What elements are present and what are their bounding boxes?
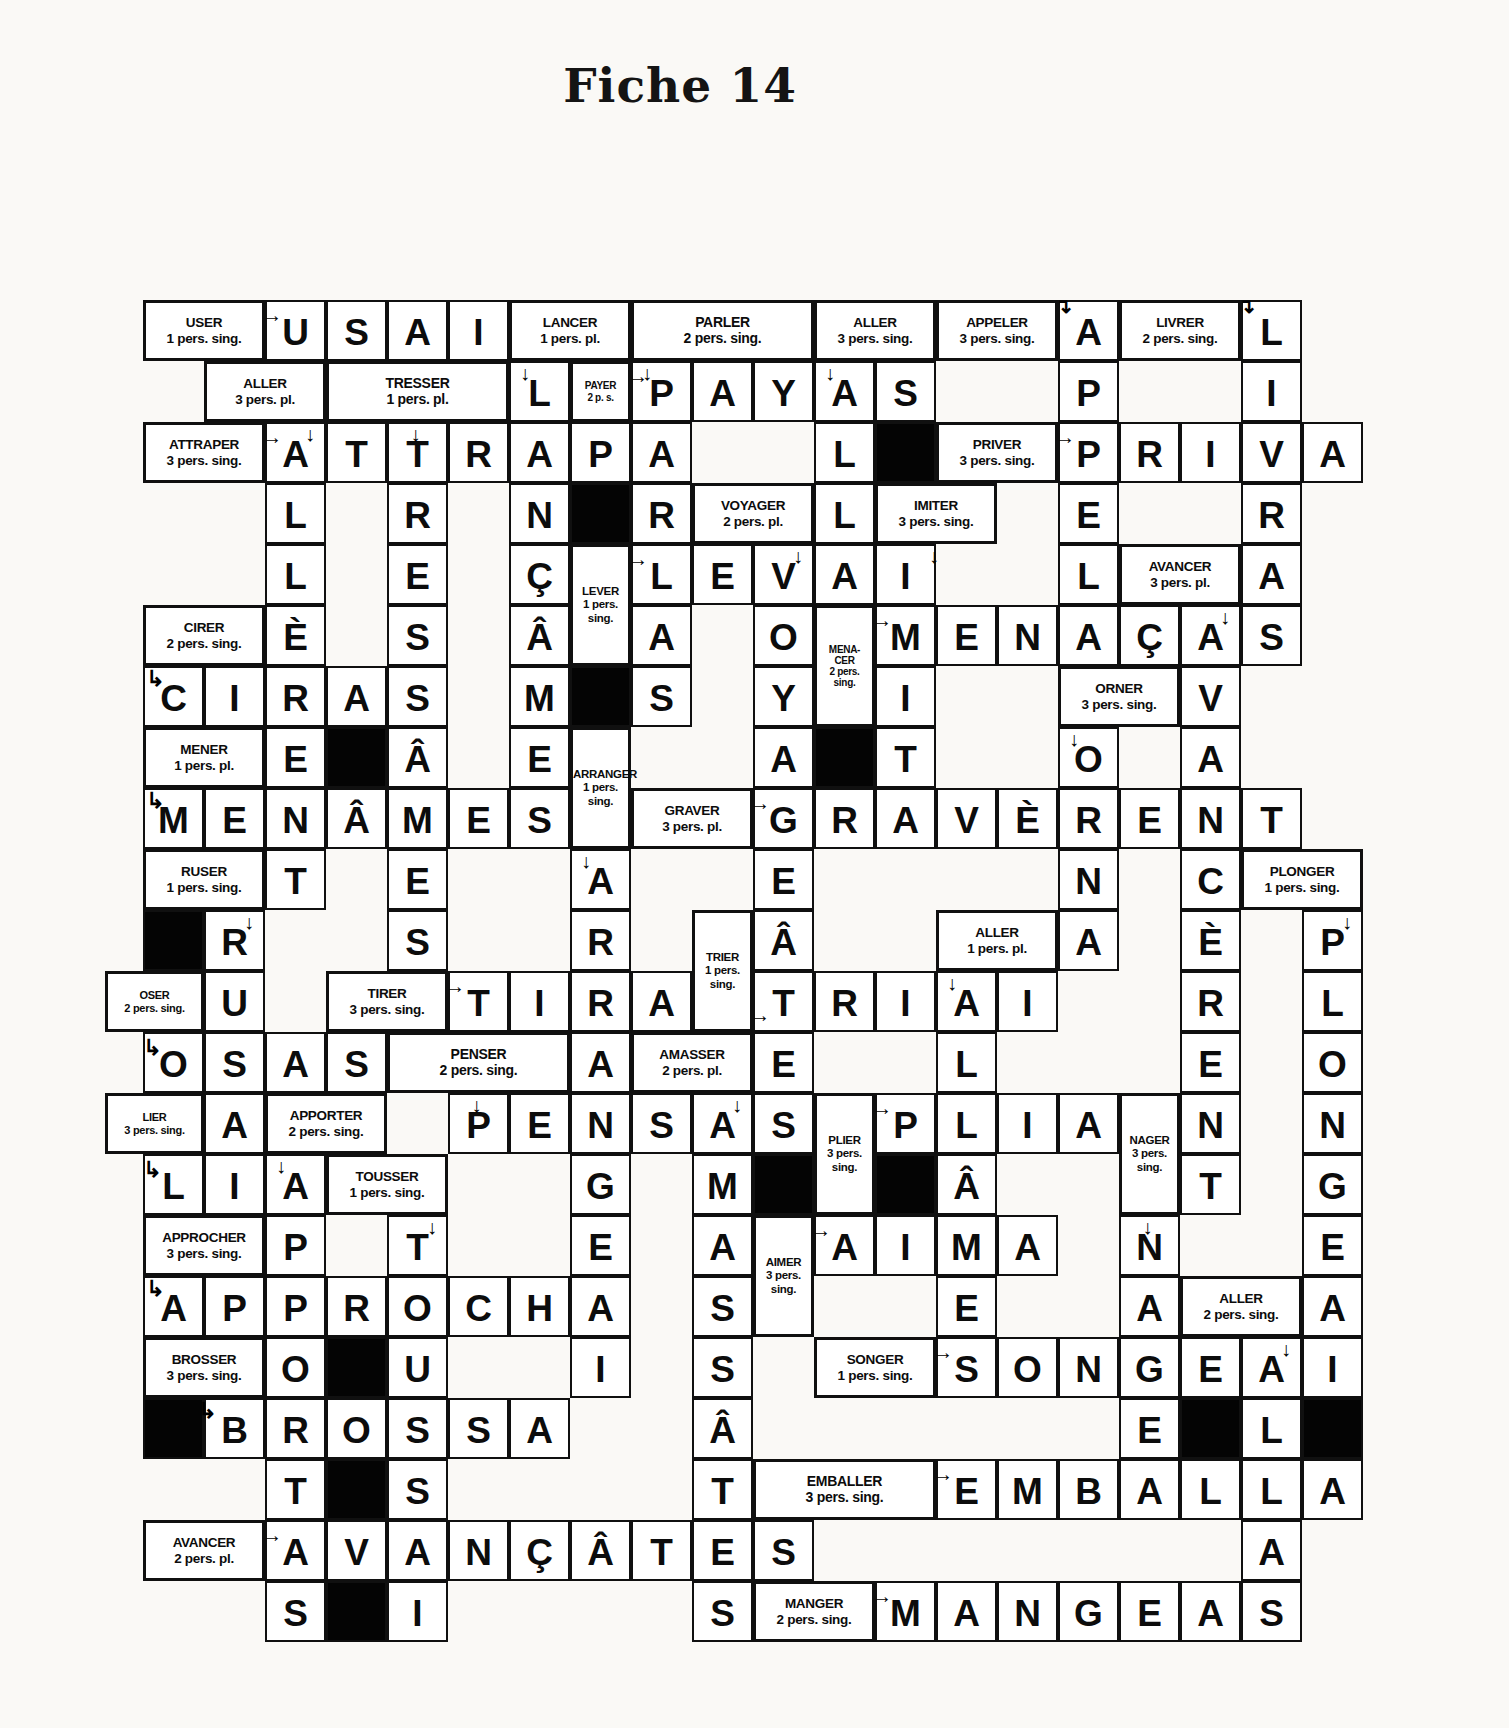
clue-text-line: 3 pers. [756, 1269, 811, 1282]
letter-cell-Y: Y [753, 361, 814, 422]
clue-livrer: LIVRER2 pers. sing.↴ [1119, 300, 1241, 361]
clue-text-line: OSER [108, 989, 201, 1002]
letter-cell-E: E [387, 544, 448, 605]
clue-mena: MENA-CER2 pers.sing.→ [814, 605, 875, 727]
letter-cell-A: A [570, 849, 631, 910]
black-cell [814, 727, 875, 788]
letter-cell-I: I [1241, 361, 1302, 422]
letter-cell-V: V [753, 544, 814, 605]
clue-text-line: 2 pers. pl. [634, 1063, 750, 1078]
clue-text-line: BROSSER [146, 1352, 262, 1367]
letter-cell-R: R [448, 422, 509, 483]
letter-cell-L: L [631, 544, 692, 605]
letter-cell-V: V [936, 788, 997, 849]
letter-cell-A: A [570, 1032, 631, 1093]
letter-cell-A: A [387, 1520, 448, 1581]
letter-cell-E: E [692, 1520, 753, 1581]
clue-tresser: TRESSER1 pers. pl.↓ [326, 361, 509, 422]
clue-arranger: ARRANGER1 pers.sing.↓ [570, 727, 631, 849]
letter-cell-L: L [814, 422, 875, 483]
clue-text-line: 3 pers. pl. [1122, 575, 1238, 590]
letter-cell-E: E [1119, 1398, 1180, 1459]
letter-cell-O: O [143, 1032, 204, 1093]
black-cell [326, 727, 387, 788]
clue-voyager: VOYAGER2 pers. pl.↓ [692, 483, 814, 544]
letter-cell-O: O [326, 1398, 387, 1459]
letter-cell-E: E [692, 544, 753, 605]
letter-cell-U: U [204, 971, 265, 1032]
clue-user: USER1 pers. sing.→ [143, 300, 265, 361]
clue-text-line: 3 pers. sing. [939, 331, 1055, 346]
puzzle-grid: USAIALLPAYASPIATTRAPALPRIVALRNRLERLEÇLEV… [143, 300, 1363, 1642]
letter-cell-A: A [875, 788, 936, 849]
letter-cell-R: R [387, 483, 448, 544]
letter-cell-T: T [1241, 788, 1302, 849]
clue-text-line: sing. [817, 677, 872, 688]
letter-cell-A: A [1241, 1337, 1302, 1398]
clue-aller: ALLER1 pers. pl.↓ [936, 910, 1058, 971]
letter-cell-G: G [1302, 1154, 1363, 1215]
clue-text-line: 3 pers. sing. [108, 1124, 201, 1137]
clue-text-line: 3 pers. [1122, 1147, 1177, 1160]
clue-text-line: 3 pers. pl. [634, 819, 750, 834]
letter-cell-O: O [1058, 727, 1119, 788]
clue-text-line: CIRER [146, 620, 262, 635]
letter-cell-L: L [509, 361, 570, 422]
letter-cell-L: L [814, 483, 875, 544]
black-cell [570, 483, 631, 544]
letter-cell-U: U [387, 1337, 448, 1398]
clue-text-line: 1 pers. pl. [329, 392, 506, 408]
letter-cell-L: L [143, 1154, 204, 1215]
clue-text-line: PENSER [390, 1047, 567, 1063]
letter-cell-I: I [875, 666, 936, 727]
letter-cell-È: È [1180, 910, 1241, 971]
letter-cell-P: P [265, 1215, 326, 1276]
letter-cell-E: E [936, 605, 997, 666]
clue-text-line: 1 pers. sing. [146, 331, 262, 346]
black-cell [326, 1459, 387, 1520]
letter-cell-Â: Â [753, 910, 814, 971]
clue-nager: NAGER3 pers.sing.↓ [1119, 1093, 1180, 1215]
clue-text-line: ALLER [1183, 1291, 1299, 1306]
letter-cell-I: I [448, 300, 509, 361]
letter-cell-L: L [1058, 544, 1119, 605]
letter-cell-M: M [143, 788, 204, 849]
letter-cell-L: L [1241, 1398, 1302, 1459]
clue-parler: PARLER2 pers. sing.↓ [631, 300, 814, 361]
letter-cell-R: R [265, 666, 326, 727]
clue-payer: PAYER2 p. s.→ [570, 361, 631, 422]
clue-text-line: 2 pers. sing. [268, 1124, 384, 1139]
letter-cell-O: O [265, 1337, 326, 1398]
letter-cell-E: E [753, 1032, 814, 1093]
letter-cell-G: G [1058, 1581, 1119, 1642]
letter-cell-S: S [692, 1337, 753, 1398]
letter-cell-H: H [509, 1276, 570, 1337]
letter-cell-L: L [1302, 971, 1363, 1032]
letter-cell-A: A [1302, 422, 1363, 483]
letter-cell-S: S [387, 1459, 448, 1520]
letter-cell-N: N [570, 1093, 631, 1154]
clue-text-line: LIER [108, 1111, 201, 1124]
letter-cell-V: V [1180, 666, 1241, 727]
clue-text-line: 3 pers. pl. [207, 392, 323, 407]
clue-text-line: USER [146, 315, 262, 330]
letter-cell-E: E [1119, 788, 1180, 849]
letter-cell-C: C [1180, 849, 1241, 910]
letter-cell-A: A [692, 361, 753, 422]
letter-cell-S: S [448, 1398, 509, 1459]
letter-cell-M: M [875, 1581, 936, 1642]
clue-lier: LIER3 pers. sing.↳ [143, 1093, 204, 1154]
letter-cell-A: A [1058, 300, 1119, 361]
letter-cell-L: L [936, 1093, 997, 1154]
letter-cell-P: P [1058, 422, 1119, 483]
clue-text-line: 1 pers. [573, 781, 628, 794]
letter-cell-I: I [1180, 422, 1241, 483]
clue-penser: PENSER2 pers. sing.↓ [387, 1032, 570, 1093]
clue-apporter: APPORTER2 pers. sing.↓ [265, 1093, 387, 1154]
clue-text-line: 2 p. s. [573, 392, 628, 403]
clue-amasser: AMASSER2 pers. pl.↓ [631, 1032, 753, 1093]
letter-cell-A: A [387, 300, 448, 361]
letter-cell-A: A [814, 1215, 875, 1276]
letter-cell-E: E [509, 1093, 570, 1154]
letter-cell-U: U [265, 300, 326, 361]
letter-cell-M: M [692, 1154, 753, 1215]
clue-text-line: 3 pers. sing. [146, 1368, 262, 1383]
clue-text-line: MENA- [817, 644, 872, 655]
letter-cell-R: R [1180, 971, 1241, 1032]
letter-cell-T: T [387, 422, 448, 483]
letter-cell-P: P [204, 1276, 265, 1337]
clue-text-line: LEVER [573, 585, 628, 598]
letter-cell-I: I [1302, 1337, 1363, 1398]
clue-text-line: AVANCER [146, 1535, 262, 1550]
letter-cell-P: P [1058, 361, 1119, 422]
letter-cell-È: È [265, 605, 326, 666]
clue-text-line: AMASSER [634, 1047, 750, 1062]
clue-text-line: MANGER [756, 1596, 872, 1611]
letter-cell-S: S [692, 1276, 753, 1337]
clue-text-line: 1 pers. sing. [1244, 880, 1360, 895]
clue-plonger: PLONGER1 pers. sing.↓ [1241, 849, 1363, 910]
clue-text-line: ALLER [939, 925, 1055, 940]
clue-trier: TRIER1 pers.sing.→ [692, 910, 753, 1032]
clue-text-line: 1 pers. [573, 598, 628, 611]
letter-cell-A: A [1302, 1276, 1363, 1337]
letter-cell-L: L [1241, 1459, 1302, 1520]
letter-cell-I: I [509, 971, 570, 1032]
letter-cell-O: O [997, 1337, 1058, 1398]
clue-priver: PRIVER3 pers. sing.→ [936, 422, 1058, 483]
letter-cell-Â: Â [692, 1398, 753, 1459]
letter-cell-A: A [204, 1093, 265, 1154]
clue-text-line: LIVRER [1122, 315, 1238, 330]
letter-cell-R: R [204, 910, 265, 971]
letter-cell-E: E [1180, 1032, 1241, 1093]
letter-cell-S: S [631, 666, 692, 727]
letter-cell-R: R [814, 971, 875, 1032]
letter-cell-P: P [875, 1093, 936, 1154]
letter-cell-P: P [448, 1093, 509, 1154]
letter-cell-R: R [326, 1276, 387, 1337]
clue-text-line: sing. [695, 978, 750, 991]
letter-cell-A: A [1180, 727, 1241, 788]
letter-cell-E: E [509, 727, 570, 788]
letter-cell-L: L [1241, 300, 1302, 361]
letter-cell-S: S [387, 605, 448, 666]
black-cell [1180, 1398, 1241, 1459]
letter-cell-S: S [631, 1093, 692, 1154]
letter-cell-P: P [1302, 910, 1363, 971]
letter-cell-M: M [997, 1459, 1058, 1520]
letter-cell-Â: Â [326, 788, 387, 849]
clue-avancer: AVANCER2 pers. pl.→ [143, 1520, 265, 1581]
letter-cell-G: G [753, 788, 814, 849]
clue-text-line: ORNER [1061, 681, 1177, 696]
letter-cell-N: N [1302, 1093, 1363, 1154]
letter-cell-N: N [997, 1581, 1058, 1642]
clue-emballer: EMBALLER3 pers. sing.→ [753, 1459, 936, 1520]
clue-text-line: TRIER [695, 951, 750, 964]
letter-cell-R: R [265, 1398, 326, 1459]
clue-text-line: APPELER [939, 315, 1055, 330]
letter-cell-B: B [1058, 1459, 1119, 1520]
letter-cell-M: M [387, 788, 448, 849]
letter-cell-L: L [265, 483, 326, 544]
clue-appeler: APPELER3 pers. sing.↴ [936, 300, 1058, 361]
letter-cell-A: A [1058, 605, 1119, 666]
letter-cell-S: S [204, 1032, 265, 1093]
letter-cell-E: E [448, 788, 509, 849]
clue-text-line: EMBALLER [756, 1474, 933, 1490]
letter-cell-R: R [570, 910, 631, 971]
letter-cell-S: S [1241, 1581, 1302, 1642]
black-cell [326, 1581, 387, 1642]
letter-cell-O: O [753, 605, 814, 666]
letter-cell-Ç: Ç [509, 1520, 570, 1581]
clue-lever: LEVER1 pers.sing.→ [570, 544, 631, 666]
letter-cell-N: N [448, 1520, 509, 1581]
letter-cell-I: I [204, 1154, 265, 1215]
clue-text-line: AIMER [756, 1256, 811, 1269]
letter-cell-N: N [1058, 1337, 1119, 1398]
clue-text-line: 1 pers. pl. [939, 941, 1055, 956]
letter-cell-I: I [387, 1581, 448, 1642]
clue-graver: GRAVER3 pers. pl.→ [631, 788, 753, 849]
clue-aller: ALLER2 pers. sing.↓ [1180, 1276, 1302, 1337]
clue-text-line: sing. [817, 1161, 872, 1174]
clue-text-line: 3 pers. [817, 1147, 872, 1160]
clue-plier: PLIER3 pers.sing.→ [814, 1093, 875, 1215]
clue-text-line: 3 pers. sing. [146, 453, 262, 468]
letter-cell-A: A [265, 1032, 326, 1093]
letter-cell-L: L [265, 544, 326, 605]
letter-cell-T: T [631, 1520, 692, 1581]
letter-cell-R: R [570, 971, 631, 1032]
letter-cell-R: R [1058, 788, 1119, 849]
clue-text-line: CER [817, 655, 872, 666]
clue-text-line: ARRANGER [573, 768, 628, 781]
clue-text-line: 2 pers. sing. [1122, 331, 1238, 346]
letter-cell-I: I [875, 544, 936, 605]
clue-text-line: 1 pers. sing. [817, 1368, 933, 1383]
letter-cell-E: E [1119, 1581, 1180, 1642]
worksheet-page: Fiche 14 USAIALLPAYASPIATTRAPALPRIVALRNR… [0, 0, 1509, 1728]
clue-text-line: 2 pers. pl. [695, 514, 811, 529]
black-cell [570, 666, 631, 727]
letter-cell-E: E [570, 1215, 631, 1276]
letter-cell-E: E [1302, 1215, 1363, 1276]
letter-cell-A: A [631, 971, 692, 1032]
letter-cell-S: S [387, 1398, 448, 1459]
letter-cell-Ç: Ç [509, 544, 570, 605]
letter-cell-S: S [387, 910, 448, 971]
letter-cell-A: A [326, 666, 387, 727]
clue-text-line: PLONGER [1244, 864, 1360, 879]
clue-text-line: AVANCER [1122, 559, 1238, 574]
letter-cell-S: S [753, 1520, 814, 1581]
letter-cell-A: A [631, 422, 692, 483]
clue-brosser: BROSSER3 pers. sing.↳ [143, 1337, 265, 1398]
letter-cell-A: A [814, 544, 875, 605]
clue-text-line: 1 pers. [695, 964, 750, 977]
clue-cirer: CIRER2 pers. sing.↳ [143, 605, 265, 666]
letter-cell-E: E [936, 1459, 997, 1520]
clue-text-line: GRAVER [634, 803, 750, 818]
letter-cell-A: A [1058, 910, 1119, 971]
letter-cell-A: A [814, 361, 875, 422]
letter-cell-N: N [509, 483, 570, 544]
letter-cell-A: A [631, 605, 692, 666]
letter-cell-R: R [814, 788, 875, 849]
clue-aller: ALLER3 pers. pl.↓ [204, 361, 326, 422]
black-cell [753, 1154, 814, 1215]
letter-cell-T: T [448, 971, 509, 1032]
letter-cell-N: N [1058, 849, 1119, 910]
clue-text-line: 2 pers. sing. [756, 1612, 872, 1627]
letter-cell-A: A [1241, 1520, 1302, 1581]
letter-cell-I: I [204, 666, 265, 727]
letter-cell-M: M [875, 605, 936, 666]
letter-cell-M: M [936, 1215, 997, 1276]
letter-cell-O: O [1302, 1032, 1363, 1093]
clue-attraper: ATTRAPER3 pers. sing.→ [143, 422, 265, 483]
letter-cell-T: T [1180, 1154, 1241, 1215]
letter-cell-A: A [1119, 1276, 1180, 1337]
clue-text-line: 3 pers. sing. [146, 1246, 262, 1261]
letter-cell-N: N [1180, 1093, 1241, 1154]
clue-text-line: PARLER [634, 315, 811, 331]
letter-cell-V: V [1241, 422, 1302, 483]
letter-cell-P: P [570, 422, 631, 483]
clue-songer: SONGER1 pers. sing.→ [814, 1337, 936, 1398]
clue-text-line: 2 pers. sing. [1183, 1307, 1299, 1322]
clue-text-line: 1 pers. pl. [146, 758, 262, 773]
letter-cell-S: S [326, 300, 387, 361]
letter-cell-A: A [143, 1276, 204, 1337]
clue-text-line: NAGER [1122, 1134, 1177, 1147]
letter-cell-V: V [326, 1520, 387, 1581]
clue-text-line: 3 pers. sing. [329, 1002, 445, 1017]
clue-text-line: PLIER [817, 1134, 872, 1147]
letter-cell-E: E [387, 849, 448, 910]
letter-cell-O: O [387, 1276, 448, 1337]
clue-text-line: ALLER [207, 376, 323, 391]
letter-cell-È: È [997, 788, 1058, 849]
clue-aimer: AIMER3 pers.sing.→ [753, 1215, 814, 1337]
letter-cell-S: S [692, 1581, 753, 1642]
clue-text-line: TRESSER [329, 376, 506, 392]
letter-cell-E: E [936, 1276, 997, 1337]
clue-orner: ORNER3 pers. sing.↓ [1058, 666, 1180, 727]
letter-cell-A: A [1302, 1459, 1363, 1520]
letter-cell-B: B [204, 1398, 265, 1459]
letter-cell-R: R [631, 483, 692, 544]
letter-cell-T: T [265, 849, 326, 910]
clue-text-line: 3 pers. sing. [1061, 697, 1177, 712]
letter-cell-I: I [875, 971, 936, 1032]
letter-cell-N: N [997, 605, 1058, 666]
letter-cell-A: A [692, 1093, 753, 1154]
clue-text-line: ALLER [817, 315, 933, 330]
letter-cell-S: S [265, 1581, 326, 1642]
letter-cell-S: S [875, 361, 936, 422]
letter-cell-S: S [753, 1093, 814, 1154]
letter-cell-T: T [692, 1459, 753, 1520]
letter-cell-Â: Â [509, 605, 570, 666]
letter-cell-A: A [997, 1215, 1058, 1276]
black-cell [1302, 1398, 1363, 1459]
clue-text-line: 2 pers. [817, 666, 872, 677]
clue-aller: ALLER3 pers. sing.↓ [814, 300, 936, 361]
letter-cell-S: S [936, 1337, 997, 1398]
clue-text-line: SONGER [817, 1352, 933, 1367]
clue-text-line: 1 pers. sing. [329, 1185, 445, 1200]
clue-text-line: RUSER [146, 864, 262, 879]
letter-cell-N: N [1119, 1215, 1180, 1276]
letter-cell-A: A [1241, 544, 1302, 605]
clue-text-line: TIRER [329, 986, 445, 1001]
letter-cell-A: A [265, 422, 326, 483]
black-cell [143, 910, 204, 971]
letter-cell-A: A [1180, 605, 1241, 666]
clue-text-line: 3 pers. sing. [878, 514, 994, 529]
letter-cell-Y: Y [753, 666, 814, 727]
black-cell [875, 422, 936, 483]
letter-cell-N: N [265, 788, 326, 849]
letter-cell-A: A [1058, 1093, 1119, 1154]
letter-cell-I: I [997, 971, 1058, 1032]
clue-tousser: TOUSSER1 pers. sing.↓ [326, 1154, 448, 1215]
letter-cell-T: T [265, 1459, 326, 1520]
letter-cell-Ç: Ç [1119, 605, 1180, 666]
letter-cell-L: L [1180, 1459, 1241, 1520]
clue-text-line: 2 pers. sing. [390, 1063, 567, 1079]
letter-cell-S: S [387, 666, 448, 727]
clue-text-line: 3 pers. sing. [939, 453, 1055, 468]
letter-cell-A: A [265, 1520, 326, 1581]
letter-cell-A: A [936, 1581, 997, 1642]
page-title: Fiche 14 [0, 58, 1360, 113]
clue-text-line: VOYAGER [695, 498, 811, 513]
letter-cell-A: A [1119, 1459, 1180, 1520]
letter-cell-Â: Â [936, 1154, 997, 1215]
clue-avancer: AVANCER3 pers. pl.↓ [1119, 544, 1241, 605]
clue-text-line: sing. [573, 612, 628, 625]
